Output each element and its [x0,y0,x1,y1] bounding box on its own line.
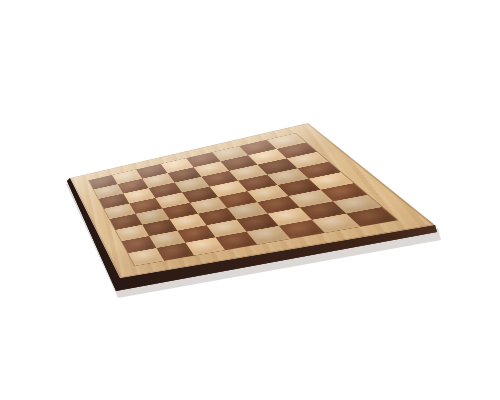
board-frame [70,123,435,278]
product-photo-stage [0,0,500,400]
chessboard [70,123,435,278]
